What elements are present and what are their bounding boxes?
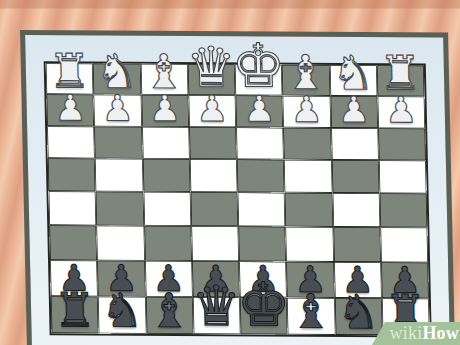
white-rook: ♜	[48, 47, 91, 94]
square-a7: ♟	[46, 94, 94, 126]
square-a1: ♜	[51, 296, 99, 333]
square-b1: ♞	[98, 296, 146, 333]
square-b5	[95, 158, 143, 191]
square-f3	[286, 227, 334, 262]
white-king: ♚	[231, 35, 286, 95]
square-c1: ♝	[145, 297, 193, 334]
square-a5	[48, 158, 96, 191]
square-f5	[284, 160, 332, 193]
square-g6	[331, 128, 379, 160]
white-pawn: ♟	[290, 92, 323, 128]
white-pawn: ♟	[54, 90, 87, 126]
square-a2: ♟	[50, 260, 98, 296]
square-c3	[144, 226, 192, 261]
square-e1: ♚	[240, 297, 288, 334]
white-knight: ♞	[95, 47, 138, 94]
white-pawn: ♟	[148, 91, 181, 127]
white-pawn: ♟	[385, 92, 418, 128]
square-d8: ♛	[187, 64, 235, 95]
white-queen: ♛	[186, 40, 237, 95]
square-e6	[236, 127, 284, 159]
square-c2: ♟	[145, 261, 193, 297]
square-b7: ♟	[94, 94, 142, 126]
square-d6	[189, 127, 237, 159]
white-pawn: ♟	[101, 90, 134, 126]
square-c7: ♟	[141, 95, 189, 127]
white-bishop: ♝	[284, 49, 327, 96]
square-f7: ♟	[283, 96, 331, 128]
square-a8: ♜	[46, 63, 94, 94]
wikihow-wordmark-wiki: wiki	[390, 323, 423, 344]
square-g4	[332, 193, 380, 227]
square-b3	[97, 225, 145, 260]
square-g5	[331, 160, 379, 193]
black-pawn: ♟	[388, 262, 421, 298]
white-pawn: ♟	[196, 91, 229, 127]
square-g2: ♟	[334, 262, 382, 298]
square-g7: ♟	[330, 96, 378, 128]
square-f8: ♝	[282, 65, 330, 96]
wikihow-wordmark-how: How	[422, 323, 459, 344]
black-pawn: ♟	[341, 262, 374, 298]
square-f1: ♝	[287, 298, 335, 335]
square-d7: ♟	[188, 95, 236, 127]
square-h7: ♟	[377, 96, 425, 128]
square-h3	[380, 227, 428, 262]
square-g1: ♞	[334, 298, 382, 335]
white-pawn: ♟	[337, 92, 370, 128]
white-pawn: ♟	[243, 91, 276, 127]
chess-board-mat: ♜♞♝♛♚♝♞♜♟♟♟♟♟♟♟♟♟♟♟♟♟♟♟♟♜♞♝♛♚♝♞♜	[20, 30, 455, 345]
square-d5	[190, 159, 238, 192]
black-pawn: ♟	[247, 261, 280, 297]
square-h6	[378, 128, 426, 160]
square-e8: ♚	[235, 64, 283, 95]
white-bishop: ♝	[142, 48, 185, 95]
square-c6	[142, 127, 190, 159]
square-h4	[379, 193, 427, 227]
square-d2: ♟	[192, 261, 240, 297]
square-d4	[190, 192, 238, 226]
square-h2: ♟	[381, 262, 429, 298]
black-pawn: ♟	[152, 261, 185, 297]
square-e5	[237, 159, 285, 192]
square-d1: ♛	[193, 297, 241, 334]
square-d3	[191, 226, 239, 261]
black-pawn: ♟	[199, 261, 232, 297]
black-pawn: ♟	[58, 260, 91, 296]
square-b6	[94, 126, 142, 158]
square-e7: ♟	[235, 95, 283, 127]
square-a4	[49, 191, 97, 225]
black-pawn: ♟	[105, 260, 138, 296]
square-h8: ♜	[377, 65, 425, 96]
square-c8: ♝	[140, 64, 188, 95]
square-e3	[238, 226, 286, 261]
square-a6	[47, 126, 95, 158]
square-f6	[283, 128, 331, 160]
square-e4	[238, 192, 286, 226]
black-pawn: ♟	[294, 262, 327, 298]
wikihow-watermark: wikiHow	[372, 322, 460, 345]
white-rook: ♜	[379, 49, 422, 96]
table-surface: ♜♞♝♛♚♝♞♜♟♟♟♟♟♟♟♟♟♟♟♟♟♟♟♟♜♞♝♛♚♝♞♜ wikiHow	[0, 0, 460, 345]
square-a3	[49, 225, 97, 260]
board-squares: ♜♞♝♛♚♝♞♜♟♟♟♟♟♟♟♟♟♟♟♟♟♟♟♟♜♞♝♛♚♝♞♜	[44, 61, 432, 337]
square-b2: ♟	[97, 260, 145, 296]
square-g8: ♞	[329, 65, 377, 96]
square-g3	[333, 227, 381, 262]
white-knight: ♞	[331, 49, 374, 96]
square-f4	[285, 193, 333, 227]
square-b4	[96, 191, 144, 225]
square-b8: ♞	[93, 63, 141, 94]
square-c4	[143, 192, 191, 226]
square-h5	[379, 160, 427, 193]
square-e2: ♟	[239, 261, 287, 297]
square-f2: ♟	[286, 262, 334, 298]
square-c5	[142, 159, 190, 192]
